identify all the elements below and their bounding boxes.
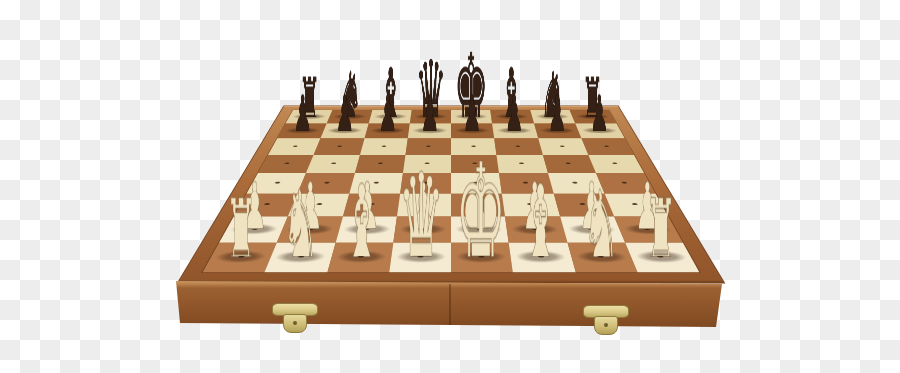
piece-glyph: ♟ — [547, 88, 567, 142]
brass-latch-left — [272, 303, 318, 333]
white-bishop[interactable]: ♝ — [521, 147, 560, 256]
square-b1[interactable]: ♞ — [265, 242, 335, 272]
piece-glyph: ♛ — [398, 156, 444, 285]
peg-hole-icon — [324, 182, 330, 184]
board-grid: ♜♞♝♛♚♝♞♜♟♟♟♟♟♟♟♟♟♟♟♟♟♟♟♟♜♞♝♛♚♝♞♜ — [203, 110, 700, 272]
square-g7[interactable]: ♟ — [534, 123, 582, 138]
peg-hole-icon — [560, 145, 565, 147]
piece-glyph: ♟ — [293, 88, 313, 142]
square-a6[interactable] — [268, 138, 321, 154]
white-knight[interactable]: ♞ — [583, 155, 620, 257]
peg-hole-icon — [274, 182, 280, 184]
transparent-background: ♜♞♝♛♚♝♞♜♟♟♟♟♟♟♟♟♟♟♟♟♟♟♟♟♜♞♝♛♚♝♞♜ — [0, 0, 900, 373]
white-rook[interactable]: ♜ — [225, 167, 257, 256]
white-queen[interactable]: ♛ — [398, 128, 444, 257]
peg-hole-icon — [515, 145, 520, 147]
board-fold-seam — [449, 284, 451, 326]
piece-glyph: ♞ — [583, 177, 620, 279]
white-rook[interactable]: ♜ — [645, 167, 677, 256]
black-pawn[interactable]: ♟ — [335, 76, 355, 130]
square-d1[interactable]: ♛ — [389, 242, 451, 272]
latch-hook-icon — [283, 314, 307, 333]
square-h1[interactable]: ♜ — [625, 242, 700, 272]
piece-glyph: ♟ — [505, 88, 525, 142]
black-pawn[interactable]: ♟ — [547, 76, 567, 130]
piece-glyph: ♟ — [335, 88, 355, 142]
board-front-face — [170, 279, 726, 329]
square-b7[interactable]: ♟ — [321, 123, 369, 138]
black-pawn[interactable]: ♟ — [505, 76, 525, 130]
piece-glyph: ♚ — [455, 145, 506, 288]
chess-board: ♜♞♝♛♚♝♞♜♟♟♟♟♟♟♟♟♟♟♟♟♟♟♟♟♜♞♝♛♚♝♞♜ — [177, 106, 726, 284]
square-g1[interactable]: ♞ — [567, 242, 637, 272]
square-h7[interactable]: ♟ — [575, 123, 625, 138]
peg-hole-icon — [292, 145, 297, 147]
square-e1[interactable]: ♚ — [451, 242, 513, 272]
peg-hole-icon — [572, 182, 578, 184]
peg-hole-icon — [622, 182, 628, 184]
white-knight[interactable]: ♞ — [283, 155, 320, 257]
black-pawn[interactable]: ♟ — [378, 76, 398, 130]
square-c1[interactable]: ♝ — [327, 242, 393, 272]
peg-hole-icon — [382, 145, 387, 147]
brass-latch-right — [583, 305, 629, 335]
piece-glyph: ♟ — [378, 88, 398, 142]
black-pawn[interactable]: ♟ — [589, 76, 609, 130]
piece-glyph: ♟ — [589, 88, 609, 142]
black-pawn[interactable]: ♟ — [293, 76, 313, 130]
white-king[interactable]: ♚ — [455, 114, 506, 257]
piece-glyph: ♝ — [521, 172, 560, 281]
square-h6[interactable] — [581, 138, 634, 154]
peg-hole-icon — [331, 163, 336, 165]
peg-hole-icon — [604, 145, 609, 147]
square-a7[interactable]: ♟ — [277, 123, 327, 138]
square-f1[interactable]: ♝ — [509, 242, 575, 272]
latch-hook-icon — [594, 316, 618, 335]
black-pawn[interactable]: ♟ — [420, 76, 440, 130]
piece-glyph: ♝ — [341, 172, 380, 281]
peg-hole-icon — [566, 163, 571, 165]
white-bishop[interactable]: ♝ — [341, 147, 380, 256]
piece-glyph: ♞ — [283, 177, 320, 279]
